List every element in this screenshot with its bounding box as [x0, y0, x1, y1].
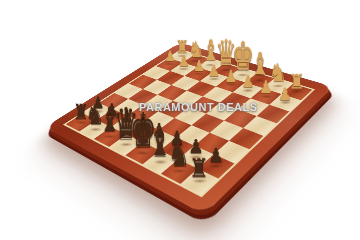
chessboard-grid — [63, 49, 315, 197]
product-photo-scene: PARAMOUNT DEALS ♜♞♝♛♚♝♞♜♟♟♟♟♟♟♟♟♟♟♟♟♟♟♟♟… — [0, 0, 360, 240]
chessboard — [45, 43, 333, 215]
watermark-text: PARAMOUNT DEALS — [139, 101, 258, 113]
